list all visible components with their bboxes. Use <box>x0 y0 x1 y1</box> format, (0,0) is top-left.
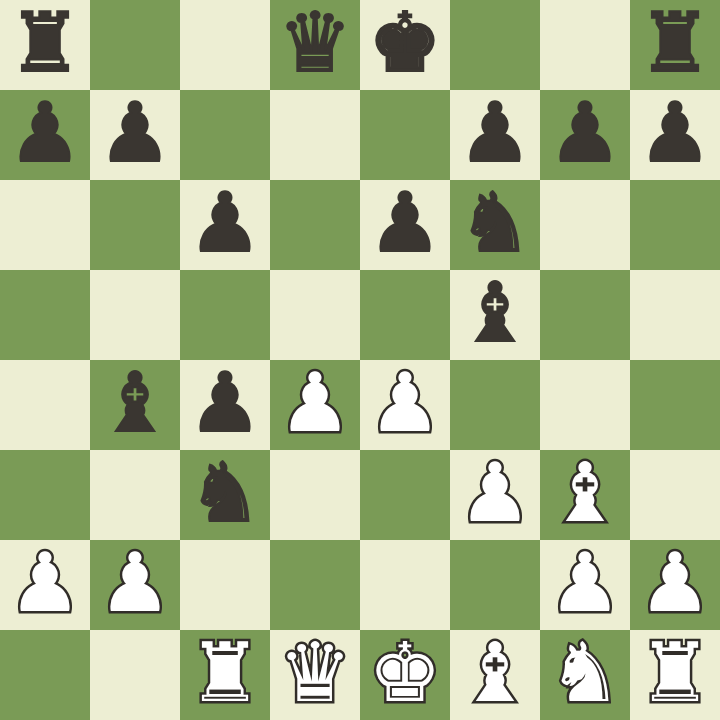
square-b1[interactable] <box>90 630 180 720</box>
square-e8[interactable]: ♚ <box>360 0 450 90</box>
black-pawn[interactable]: ♟ <box>360 178 450 268</box>
square-c2[interactable] <box>180 540 270 630</box>
square-d4[interactable]: ♟ <box>270 360 360 450</box>
white-pawn[interactable]: ♟ <box>450 448 540 538</box>
white-pawn[interactable]: ♟ <box>630 538 720 628</box>
black-bishop[interactable]: ♝ <box>90 358 180 448</box>
square-h4[interactable] <box>630 360 720 450</box>
white-pawn[interactable]: ♟ <box>540 538 630 628</box>
square-e5[interactable] <box>360 270 450 360</box>
square-f7[interactable]: ♟ <box>450 90 540 180</box>
square-g4[interactable] <box>540 360 630 450</box>
square-c4[interactable]: ♟ <box>180 360 270 450</box>
black-pawn[interactable]: ♟ <box>180 358 270 448</box>
white-pawn[interactable]: ♟ <box>360 358 450 448</box>
square-b4[interactable]: ♝ <box>90 360 180 450</box>
black-rook[interactable]: ♜ <box>630 0 720 88</box>
square-f8[interactable] <box>450 0 540 90</box>
black-pawn[interactable]: ♟ <box>540 88 630 178</box>
black-bishop[interactable]: ♝ <box>450 268 540 358</box>
square-d7[interactable] <box>270 90 360 180</box>
square-f3[interactable]: ♟ <box>450 450 540 540</box>
square-d2[interactable] <box>270 540 360 630</box>
black-queen[interactable]: ♛ <box>270 0 360 88</box>
square-g3[interactable]: ♝ <box>540 450 630 540</box>
square-a7[interactable]: ♟ <box>0 90 90 180</box>
square-g8[interactable] <box>540 0 630 90</box>
square-g5[interactable] <box>540 270 630 360</box>
square-h7[interactable]: ♟ <box>630 90 720 180</box>
black-knight[interactable]: ♞ <box>450 178 540 268</box>
black-pawn[interactable]: ♟ <box>630 88 720 178</box>
square-e2[interactable] <box>360 540 450 630</box>
square-b2[interactable]: ♟ <box>90 540 180 630</box>
white-pawn[interactable]: ♟ <box>90 538 180 628</box>
white-pawn[interactable]: ♟ <box>0 538 90 628</box>
chess-board: ♜♛♚♜♟♟♟♟♟♟♟♞♝♝♟♟♟♞♟♝♟♟♟♟♜♛♚♝♞♜ <box>0 0 720 720</box>
square-c5[interactable] <box>180 270 270 360</box>
square-c7[interactable] <box>180 90 270 180</box>
square-e6[interactable]: ♟ <box>360 180 450 270</box>
black-king[interactable]: ♚ <box>360 0 450 88</box>
square-b5[interactable] <box>90 270 180 360</box>
white-queen[interactable]: ♛ <box>270 628 360 718</box>
square-h8[interactable]: ♜ <box>630 0 720 90</box>
white-bishop[interactable]: ♝ <box>450 628 540 718</box>
square-a4[interactable] <box>0 360 90 450</box>
square-a3[interactable] <box>0 450 90 540</box>
square-e1[interactable]: ♚ <box>360 630 450 720</box>
white-bishop[interactable]: ♝ <box>540 448 630 538</box>
square-d5[interactable] <box>270 270 360 360</box>
square-b3[interactable] <box>90 450 180 540</box>
square-h1[interactable]: ♜ <box>630 630 720 720</box>
square-e4[interactable]: ♟ <box>360 360 450 450</box>
square-h3[interactable] <box>630 450 720 540</box>
white-pawn[interactable]: ♟ <box>270 358 360 448</box>
black-pawn[interactable]: ♟ <box>450 88 540 178</box>
square-d8[interactable]: ♛ <box>270 0 360 90</box>
square-h6[interactable] <box>630 180 720 270</box>
square-b7[interactable]: ♟ <box>90 90 180 180</box>
square-b8[interactable] <box>90 0 180 90</box>
square-g6[interactable] <box>540 180 630 270</box>
square-a1[interactable] <box>0 630 90 720</box>
square-f6[interactable]: ♞ <box>450 180 540 270</box>
black-rook[interactable]: ♜ <box>0 0 90 88</box>
square-e7[interactable] <box>360 90 450 180</box>
square-a8[interactable]: ♜ <box>0 0 90 90</box>
black-pawn[interactable]: ♟ <box>0 88 90 178</box>
square-h2[interactable]: ♟ <box>630 540 720 630</box>
square-d3[interactable] <box>270 450 360 540</box>
square-c3[interactable]: ♞ <box>180 450 270 540</box>
square-b6[interactable] <box>90 180 180 270</box>
square-f2[interactable] <box>450 540 540 630</box>
square-c1[interactable]: ♜ <box>180 630 270 720</box>
square-d1[interactable]: ♛ <box>270 630 360 720</box>
square-g7[interactable]: ♟ <box>540 90 630 180</box>
white-king[interactable]: ♚ <box>360 628 450 718</box>
square-h5[interactable] <box>630 270 720 360</box>
square-c8[interactable] <box>180 0 270 90</box>
square-g2[interactable]: ♟ <box>540 540 630 630</box>
square-f4[interactable] <box>450 360 540 450</box>
black-pawn[interactable]: ♟ <box>180 178 270 268</box>
square-f1[interactable]: ♝ <box>450 630 540 720</box>
square-g1[interactable]: ♞ <box>540 630 630 720</box>
black-pawn[interactable]: ♟ <box>90 88 180 178</box>
white-rook[interactable]: ♜ <box>630 628 720 718</box>
square-a6[interactable] <box>0 180 90 270</box>
black-knight[interactable]: ♞ <box>180 448 270 538</box>
white-knight[interactable]: ♞ <box>540 628 630 718</box>
square-a5[interactable] <box>0 270 90 360</box>
square-a2[interactable]: ♟ <box>0 540 90 630</box>
square-f5[interactable]: ♝ <box>450 270 540 360</box>
square-d6[interactable] <box>270 180 360 270</box>
square-c6[interactable]: ♟ <box>180 180 270 270</box>
white-rook[interactable]: ♜ <box>180 628 270 718</box>
square-e3[interactable] <box>360 450 450 540</box>
